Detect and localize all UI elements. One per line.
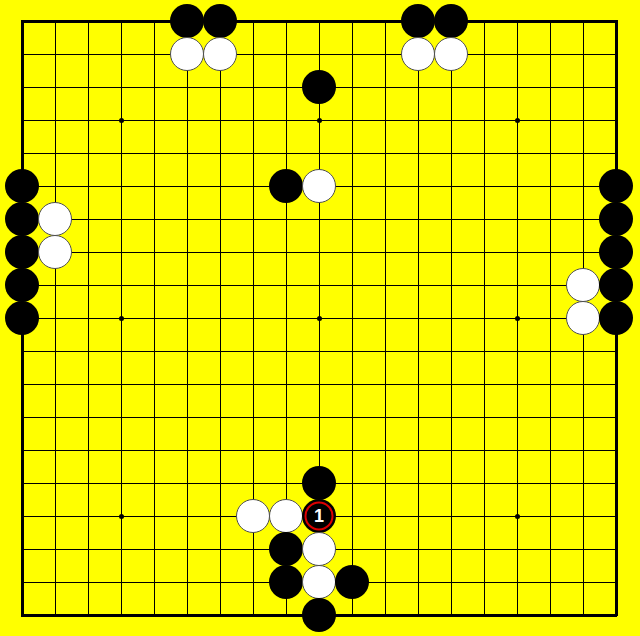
stone-white: [566, 268, 600, 302]
stone-white: [38, 202, 72, 236]
grid-line-vertical: [451, 20, 452, 616]
stone-white: [170, 37, 204, 71]
star-point: [119, 118, 124, 123]
star-point: [515, 514, 520, 519]
stone-black: [5, 268, 39, 302]
star-point: [515, 316, 520, 321]
stone-white: [401, 37, 435, 71]
grid-line-horizontal: [21, 384, 617, 385]
stone-black: [599, 235, 633, 269]
stone-black: [5, 235, 39, 269]
stone-black: [203, 4, 237, 38]
stone-black: [302, 466, 336, 500]
star-point: [317, 118, 322, 123]
stone-white: [302, 169, 336, 203]
stone-white: [302, 532, 336, 566]
stone-black: [401, 4, 435, 38]
stone-black: [5, 169, 39, 203]
stone-black-move-1: 1: [302, 499, 336, 533]
stone-black: [599, 169, 633, 203]
star-point: [317, 316, 322, 321]
grid-line-horizontal: [21, 351, 617, 352]
move-number-label: 1: [314, 507, 324, 525]
stone-black: [5, 301, 39, 335]
star-point: [515, 118, 520, 123]
grid-line-vertical: [352, 20, 353, 616]
stone-black: [335, 565, 369, 599]
stone-black: [170, 4, 204, 38]
stone-black: [5, 202, 39, 236]
go-diagram-page: 1: [0, 0, 640, 636]
stone-white: [566, 301, 600, 335]
grid-line-vertical: [550, 20, 551, 616]
stone-black: [269, 169, 303, 203]
stone-white: [434, 37, 468, 71]
stone-black: [599, 268, 633, 302]
stone-white: [302, 565, 336, 599]
stone-black: [599, 301, 633, 335]
stone-white: [38, 235, 72, 269]
stone-white: [203, 37, 237, 71]
stone-black: [302, 598, 336, 632]
stone-white: [269, 499, 303, 533]
grid-line-vertical: [385, 20, 386, 616]
grid-line-vertical: [418, 20, 419, 616]
grid-line-horizontal: [21, 450, 617, 451]
grid-line-vertical: [484, 20, 485, 616]
grid-line-horizontal: [21, 417, 617, 418]
stone-black: [599, 202, 633, 236]
star-point: [119, 514, 124, 519]
stone-black: [302, 70, 336, 104]
stone-white: [236, 499, 270, 533]
stone-black: [269, 532, 303, 566]
go-board[interactable]: 1: [0, 0, 640, 636]
stone-black: [269, 565, 303, 599]
stone-black: [434, 4, 468, 38]
star-point: [119, 316, 124, 321]
